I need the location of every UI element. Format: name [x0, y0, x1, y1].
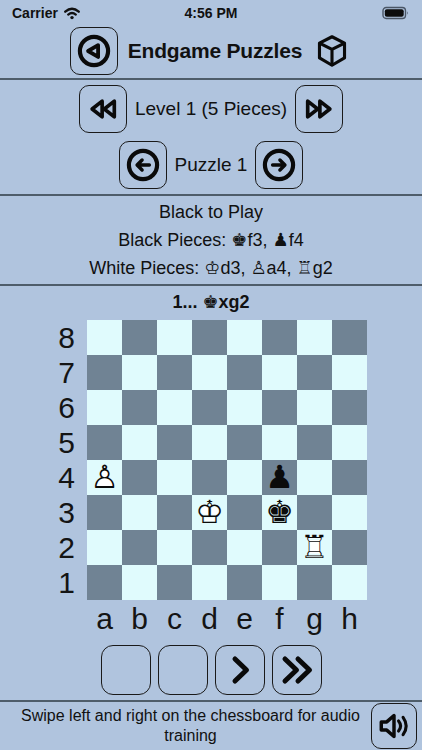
square-b4[interactable] [122, 460, 157, 495]
square-d2[interactable] [192, 530, 227, 565]
footer: Swipe left and right on the chessboard f… [0, 702, 422, 750]
fast-forward-icon [299, 91, 339, 127]
square-b2[interactable] [122, 530, 157, 565]
file-label-f: f [262, 600, 297, 640]
rank-labels: 87654321 [0, 320, 87, 600]
control-button-1[interactable] [101, 645, 151, 695]
chevron-right-icon [223, 650, 257, 690]
square-g2[interactable]: ♜♖ [297, 530, 332, 565]
square-e7[interactable] [227, 355, 262, 390]
white-pawn-a4[interactable]: ♟♙ [87, 460, 122, 495]
square-b1[interactable] [122, 565, 157, 600]
square-d6[interactable] [192, 390, 227, 425]
file-labels: abcdefgh [87, 600, 367, 640]
audio-button[interactable] [371, 703, 417, 749]
square-g1[interactable] [297, 565, 332, 600]
square-a5[interactable] [87, 425, 122, 460]
header: Endgame Puzzles [0, 24, 422, 78]
chessboard[interactable]: ♟♙♟♚♔♚♜♖ [87, 320, 367, 600]
file-label-d: d [192, 600, 227, 640]
rank-label-4: 4 [0, 460, 87, 495]
square-e5[interactable] [227, 425, 262, 460]
square-h2[interactable] [332, 530, 367, 565]
previous-puzzle-button[interactable] [119, 141, 167, 189]
square-f2[interactable] [262, 530, 297, 565]
square-h3[interactable] [332, 495, 367, 530]
square-d4[interactable] [192, 460, 227, 495]
puzzle-label: Puzzle 1 [175, 154, 248, 176]
square-g4[interactable] [297, 460, 332, 495]
square-e8[interactable] [227, 320, 262, 355]
rank-label-5: 5 [0, 425, 87, 460]
file-label-h: h [332, 600, 367, 640]
square-g7[interactable] [297, 355, 332, 390]
square-a7[interactable] [87, 355, 122, 390]
skip-forward-button[interactable] [272, 645, 322, 695]
square-f7[interactable] [262, 355, 297, 390]
square-f8[interactable] [262, 320, 297, 355]
square-c1[interactable] [157, 565, 192, 600]
square-c2[interactable] [157, 530, 192, 565]
next-level-button[interactable] [295, 85, 343, 133]
speaker-icon [374, 706, 414, 746]
square-e3[interactable] [227, 495, 262, 530]
rank-label-1: 1 [0, 565, 87, 600]
control-button-2[interactable] [158, 645, 208, 695]
square-b5[interactable] [122, 425, 157, 460]
cube-icon [313, 32, 351, 70]
next-puzzle-button[interactable] [255, 141, 303, 189]
rank-label-2: 2 [0, 530, 87, 565]
app-root: Carrier 4:56 PM [0, 0, 422, 750]
square-f5[interactable] [262, 425, 297, 460]
square-g3[interactable] [297, 495, 332, 530]
square-a1[interactable] [87, 565, 122, 600]
square-h7[interactable] [332, 355, 367, 390]
square-b8[interactable] [122, 320, 157, 355]
cube-button[interactable] [312, 31, 352, 71]
file-label-a: a [87, 600, 122, 640]
back-button[interactable] [70, 27, 118, 75]
rank-label-7: 7 [0, 355, 87, 390]
square-c7[interactable] [157, 355, 192, 390]
square-f4[interactable]: ♟ [262, 460, 297, 495]
move-controls [0, 640, 422, 700]
previous-level-button[interactable] [79, 85, 127, 133]
side-to-play: Black to Play [0, 198, 422, 226]
square-h5[interactable] [332, 425, 367, 460]
carrier-label: Carrier [12, 5, 58, 21]
file-label-e: e [227, 600, 262, 640]
black-king-f3[interactable]: ♚ [262, 495, 297, 530]
circle-arrow-left-icon [123, 145, 163, 185]
square-a3[interactable] [87, 495, 122, 530]
square-e4[interactable] [227, 460, 262, 495]
double-chevron-right-icon [278, 650, 316, 690]
square-b7[interactable] [122, 355, 157, 390]
square-d7[interactable] [192, 355, 227, 390]
square-f6[interactable] [262, 390, 297, 425]
rewind-icon [83, 91, 123, 127]
navigation-section: Level 1 (5 Pieces) Puzzl [0, 80, 422, 194]
white-pieces-list: White Pieces: ♔d3, ♙a4, ♖g2 [0, 254, 422, 282]
square-f1[interactable] [262, 565, 297, 600]
square-c8[interactable] [157, 320, 192, 355]
circle-arrow-right-icon [259, 145, 299, 185]
square-g6[interactable] [297, 390, 332, 425]
square-h1[interactable] [332, 565, 367, 600]
battery-icon [382, 6, 410, 20]
square-h6[interactable] [332, 390, 367, 425]
square-f3[interactable]: ♚ [262, 495, 297, 530]
square-a8[interactable] [87, 320, 122, 355]
square-c5[interactable] [157, 425, 192, 460]
square-d5[interactable] [192, 425, 227, 460]
square-e2[interactable] [227, 530, 262, 565]
wifi-icon [63, 6, 81, 20]
move-annotation: 1... ♚xg2 [0, 286, 422, 318]
square-b3[interactable] [122, 495, 157, 530]
clock: 4:56 PM [142, 5, 280, 21]
level-label: Level 1 (5 Pieces) [135, 98, 287, 120]
file-label-c: c [157, 600, 192, 640]
square-e6[interactable] [227, 390, 262, 425]
square-a2[interactable] [87, 530, 122, 565]
rank-label-3: 3 [0, 495, 87, 530]
board-area: 87654321 ♟♙♟♚♔♚♜♖ [0, 320, 422, 600]
page-title: Endgame Puzzles [128, 39, 302, 63]
puzzle-info: Black to Play Black Pieces: ♚f3, ♟f4 Whi… [0, 196, 422, 284]
square-d8[interactable] [192, 320, 227, 355]
square-c4[interactable] [157, 460, 192, 495]
square-e1[interactable] [227, 565, 262, 600]
black-pieces-list: Black Pieces: ♚f3, ♟f4 [0, 226, 422, 254]
white-rook-g2[interactable]: ♜♖ [297, 530, 332, 565]
square-c3[interactable] [157, 495, 192, 530]
square-b6[interactable] [122, 390, 157, 425]
white-king-d3[interactable]: ♚♔ [192, 495, 227, 530]
square-d3[interactable]: ♚♔ [192, 495, 227, 530]
status-bar: Carrier 4:56 PM [0, 0, 422, 24]
rank-label-6: 6 [0, 390, 87, 425]
rank-label-8: 8 [0, 320, 87, 355]
square-g5[interactable] [297, 425, 332, 460]
file-label-g: g [297, 600, 332, 640]
file-label-b: b [122, 600, 157, 640]
square-g8[interactable] [297, 320, 332, 355]
square-c6[interactable] [157, 390, 192, 425]
black-pawn-f4[interactable]: ♟ [262, 460, 297, 495]
audio-hint-text: Swipe left and right on the chessboard f… [0, 706, 371, 746]
square-h8[interactable] [332, 320, 367, 355]
back-icon [74, 31, 114, 71]
square-a4[interactable]: ♟♙ [87, 460, 122, 495]
square-a6[interactable] [87, 390, 122, 425]
step-forward-button[interactable] [215, 645, 265, 695]
square-d1[interactable] [192, 565, 227, 600]
square-h4[interactable] [332, 460, 367, 495]
